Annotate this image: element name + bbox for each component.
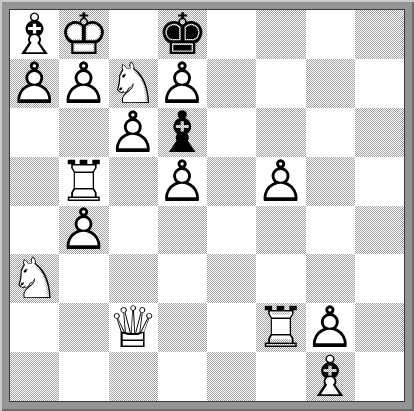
square-a2[interactable] [10, 303, 59, 352]
square-d8[interactable]: ♚ [158, 10, 207, 59]
square-b1[interactable] [59, 352, 108, 401]
square-b4[interactable]: ♟♙ [59, 206, 108, 255]
square-d5[interactable]: ♟♙ [158, 157, 207, 206]
square-d1[interactable] [158, 352, 207, 401]
square-e5[interactable] [207, 157, 256, 206]
square-a7[interactable]: ♟♙ [10, 59, 59, 108]
square-c3[interactable] [109, 254, 158, 303]
square-e8[interactable] [207, 10, 256, 59]
square-d7[interactable]: ♟♙ [158, 59, 207, 108]
white-pawn-piece: ♟♙ [109, 108, 158, 157]
white-pawn-piece: ♟♙ [256, 157, 305, 206]
square-c5[interactable] [109, 157, 158, 206]
chess-board: ♝♗♚♔♚♟♙♟♙♞♘♟♙♟♙♝♜♖♟♙♟♙♟♙♞♘♛♕♜♖♟♙♝♗ [9, 9, 405, 402]
square-h1[interactable] [355, 352, 404, 401]
white-rook-piece: ♜♖ [59, 157, 108, 206]
board-frame: ♝♗♚♔♚♟♙♟♙♞♘♟♙♟♙♝♜♖♟♙♟♙♟♙♞♘♛♕♜♖♟♙♝♗ [0, 0, 414, 411]
square-f7[interactable] [256, 59, 305, 108]
square-d6[interactable]: ♝ [158, 108, 207, 157]
square-e7[interactable] [207, 59, 256, 108]
white-bishop-piece: ♝♗ [10, 10, 59, 59]
black-king-piece: ♚ [158, 10, 207, 59]
square-a4[interactable] [10, 206, 59, 255]
square-g5[interactable] [306, 157, 355, 206]
white-pawn-piece: ♟♙ [59, 206, 108, 255]
square-f1[interactable] [256, 352, 305, 401]
square-a1[interactable] [10, 352, 59, 401]
square-f8[interactable] [256, 10, 305, 59]
white-king-piece: ♚♔ [59, 10, 108, 59]
square-d3[interactable] [158, 254, 207, 303]
square-h4[interactable] [355, 206, 404, 255]
white-pawn-piece: ♟♙ [10, 59, 59, 108]
square-g7[interactable] [306, 59, 355, 108]
square-e6[interactable] [207, 108, 256, 157]
square-h2[interactable] [355, 303, 404, 352]
square-f6[interactable] [256, 108, 305, 157]
square-c1[interactable] [109, 352, 158, 401]
square-b5[interactable]: ♜♖ [59, 157, 108, 206]
square-b8[interactable]: ♚♔ [59, 10, 108, 59]
square-b7[interactable]: ♟♙ [59, 59, 108, 108]
square-g1[interactable]: ♝♗ [306, 352, 355, 401]
square-c6[interactable]: ♟♙ [109, 108, 158, 157]
square-a8[interactable]: ♝♗ [10, 10, 59, 59]
square-f3[interactable] [256, 254, 305, 303]
square-g6[interactable] [306, 108, 355, 157]
white-bishop-piece: ♝♗ [306, 352, 355, 401]
white-knight-piece: ♞♘ [10, 254, 59, 303]
square-h6[interactable] [355, 108, 404, 157]
square-g3[interactable] [306, 254, 355, 303]
square-b2[interactable] [59, 303, 108, 352]
square-h5[interactable] [355, 157, 404, 206]
black-bishop-piece: ♝ [158, 108, 207, 157]
square-c4[interactable] [109, 206, 158, 255]
square-e3[interactable] [207, 254, 256, 303]
white-pawn-piece: ♟♙ [158, 59, 207, 108]
square-b3[interactable] [59, 254, 108, 303]
square-b6[interactable] [59, 108, 108, 157]
white-knight-piece: ♞♘ [109, 59, 158, 108]
square-a5[interactable] [10, 157, 59, 206]
square-a6[interactable] [10, 108, 59, 157]
white-pawn-piece: ♟♙ [306, 303, 355, 352]
white-pawn-piece: ♟♙ [59, 59, 108, 108]
square-c7[interactable]: ♞♘ [109, 59, 158, 108]
square-c2[interactable]: ♛♕ [109, 303, 158, 352]
square-e1[interactable] [207, 352, 256, 401]
square-e4[interactable] [207, 206, 256, 255]
square-d2[interactable] [158, 303, 207, 352]
square-d4[interactable] [158, 206, 207, 255]
square-f2[interactable]: ♜♖ [256, 303, 305, 352]
square-f4[interactable] [256, 206, 305, 255]
square-c8[interactable] [109, 10, 158, 59]
square-e2[interactable] [207, 303, 256, 352]
square-h3[interactable] [355, 254, 404, 303]
square-h8[interactable] [355, 10, 404, 59]
white-queen-piece: ♛♕ [109, 303, 158, 352]
white-rook-piece: ♜♖ [256, 303, 305, 352]
square-g2[interactable]: ♟♙ [306, 303, 355, 352]
square-g8[interactable] [306, 10, 355, 59]
white-pawn-piece: ♟♙ [158, 157, 207, 206]
square-g4[interactable] [306, 206, 355, 255]
square-a3[interactable]: ♞♘ [10, 254, 59, 303]
square-h7[interactable] [355, 59, 404, 108]
square-f5[interactable]: ♟♙ [256, 157, 305, 206]
